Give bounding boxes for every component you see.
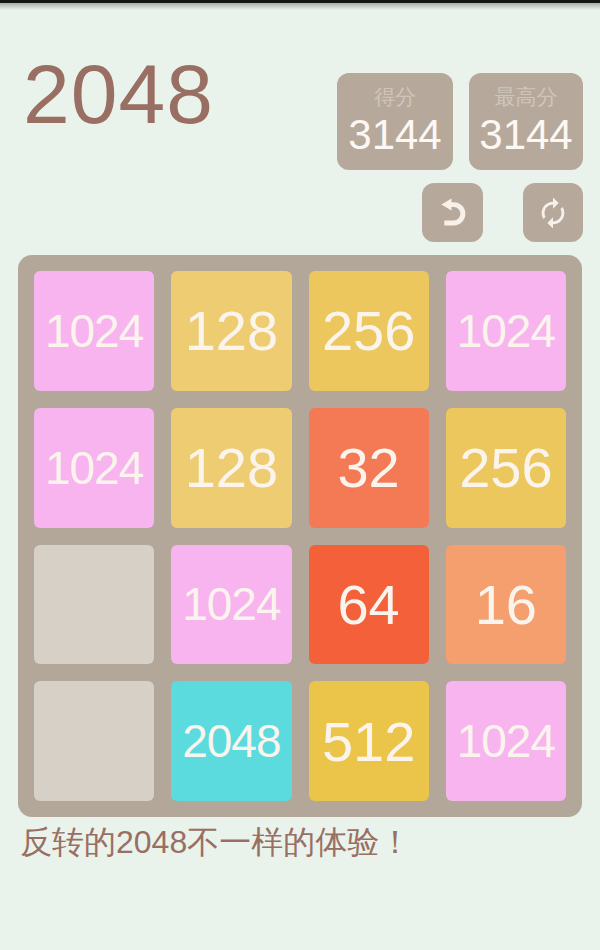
best-score-label: 最高分 xyxy=(495,83,558,110)
tile-r2c4-256: 256 xyxy=(446,408,566,528)
tile-r2c1-1024: 1024 xyxy=(34,408,154,528)
undo-button[interactable] xyxy=(422,183,483,242)
tile-r4c3-512: 512 xyxy=(309,681,429,801)
refresh-button[interactable] xyxy=(523,183,583,242)
undo-icon xyxy=(435,195,471,231)
tile-r4c4-1024: 1024 xyxy=(446,681,566,801)
app-screen: 2048 得分 3144 最高分 3144 102412825610241024… xyxy=(0,0,600,950)
page-title: 2048 xyxy=(23,52,214,136)
tile-r3c2-1024: 1024 xyxy=(171,545,291,665)
score-label: 得分 xyxy=(374,83,416,110)
tile-r1c1-1024: 1024 xyxy=(34,271,154,391)
tile-r4c2-2048: 2048 xyxy=(171,681,291,801)
best-score-value: 3144 xyxy=(479,110,572,160)
tile-r2c3-32: 32 xyxy=(309,408,429,528)
cell-r3c1-empty xyxy=(34,545,154,665)
tile-r2c2-128: 128 xyxy=(171,408,291,528)
refresh-icon xyxy=(536,196,570,230)
game-board[interactable]: 1024128256102410241283225610246416204851… xyxy=(18,255,582,817)
tile-r1c2-128: 128 xyxy=(171,271,291,391)
cell-r4c1-empty xyxy=(34,681,154,801)
status-bar-shadow xyxy=(0,3,600,10)
tile-r3c4-16: 16 xyxy=(446,545,566,665)
best-score-box: 最高分 3144 xyxy=(469,73,583,170)
score-box: 得分 3144 xyxy=(337,73,453,170)
tile-r1c4-1024: 1024 xyxy=(446,271,566,391)
tile-r1c3-256: 256 xyxy=(309,271,429,391)
footer-caption: 反转的2048不一样的体验！ xyxy=(20,822,411,862)
tile-r3c3-64: 64 xyxy=(309,545,429,665)
score-value: 3144 xyxy=(348,110,441,160)
